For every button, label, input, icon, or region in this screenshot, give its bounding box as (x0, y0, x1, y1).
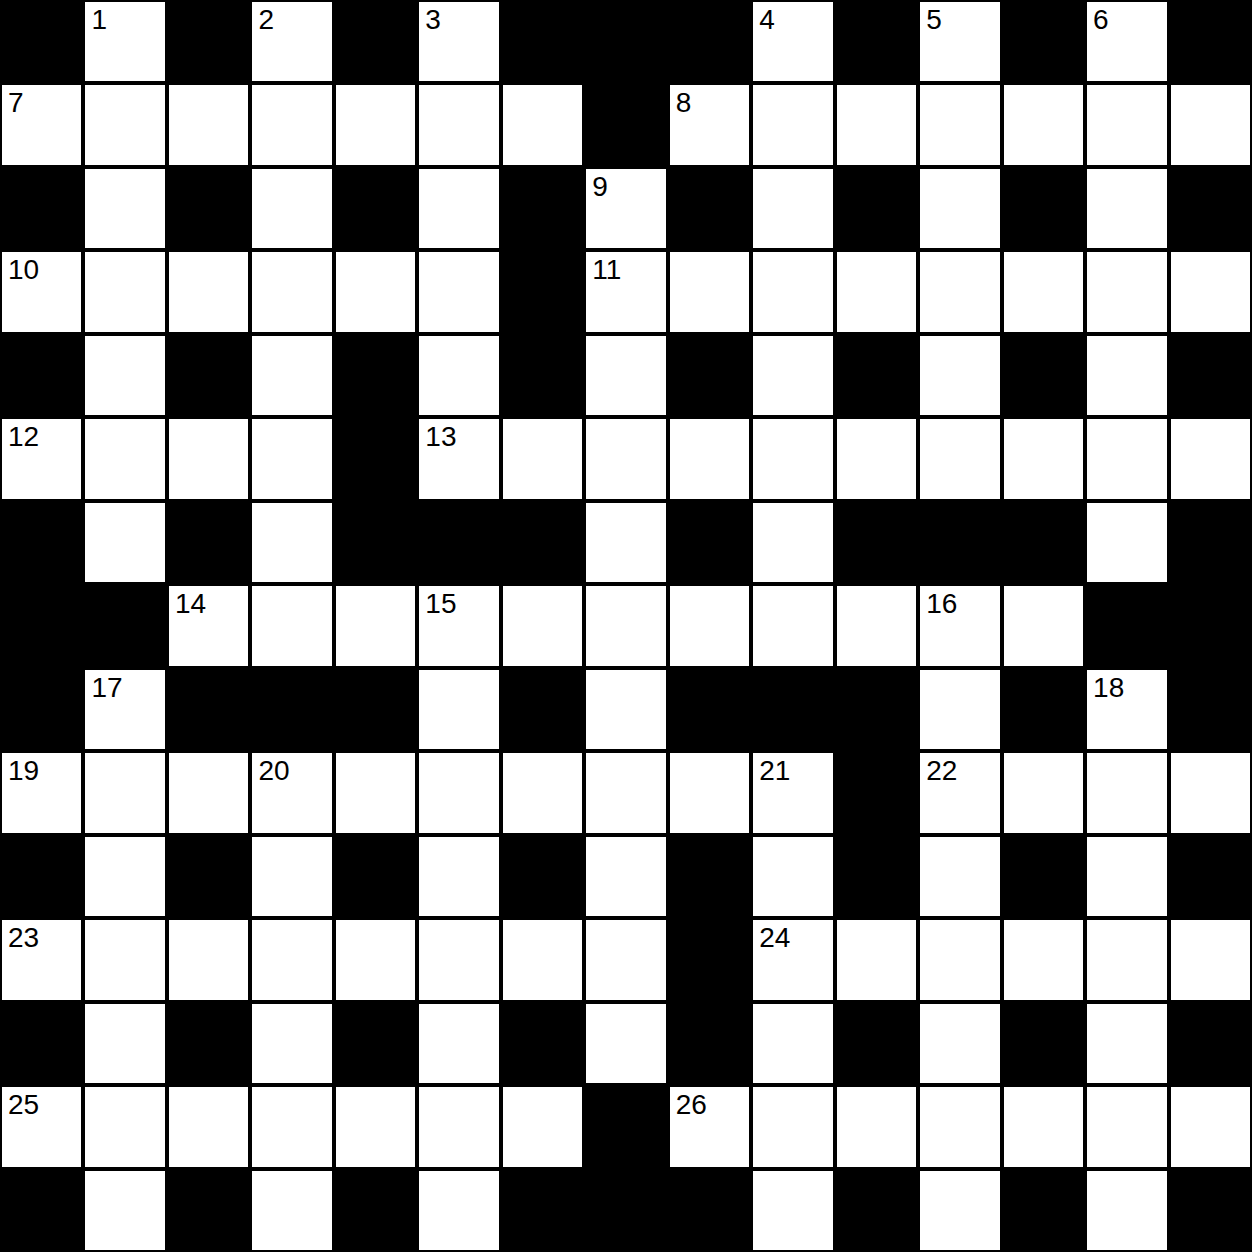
white-cell-r11c2[interactable] (167, 918, 250, 1001)
clue-number-20: 20 (258, 756, 289, 785)
black-cell-r4c14 (1169, 334, 1252, 417)
white-cell-r7c5[interactable]: 15 (417, 584, 500, 667)
white-cell-r8c11[interactable] (918, 668, 1001, 751)
white-cell-r7c10[interactable] (835, 584, 918, 667)
white-cell-r13c12[interactable] (1002, 1085, 1085, 1168)
black-cell-r10c14 (1169, 835, 1252, 918)
white-cell-r5c2[interactable] (167, 417, 250, 500)
black-cell-r12c4 (334, 1002, 417, 1085)
white-cell-r13c14[interactable] (1169, 1085, 1252, 1168)
white-cell-r4c11[interactable] (918, 334, 1001, 417)
black-cell-r2c14 (1169, 167, 1252, 250)
black-cell-r11c8 (668, 918, 751, 1001)
white-cell-r3c1[interactable] (83, 250, 166, 333)
white-cell-r11c5[interactable] (417, 918, 500, 1001)
black-cell-r14c0 (0, 1169, 83, 1252)
white-cell-r9c14[interactable] (1169, 751, 1252, 834)
white-cell-r7c3[interactable] (250, 584, 333, 667)
black-cell-r2c10 (835, 167, 918, 250)
black-cell-r7c13 (1085, 584, 1168, 667)
white-cell-r8c1[interactable]: 17 (83, 668, 166, 751)
white-cell-r7c9[interactable] (751, 584, 834, 667)
white-cell-r2c3[interactable] (250, 167, 333, 250)
black-cell-r10c0 (0, 835, 83, 918)
clue-number-16: 16 (926, 589, 957, 618)
white-cell-r12c9[interactable] (751, 1002, 834, 1085)
white-cell-r14c9[interactable] (751, 1169, 834, 1252)
black-cell-r8c9 (751, 668, 834, 751)
white-cell-r4c13[interactable] (1085, 334, 1168, 417)
white-cell-r14c3[interactable] (250, 1169, 333, 1252)
white-cell-r1c3[interactable] (250, 83, 333, 166)
white-cell-r1c0[interactable]: 7 (0, 83, 83, 166)
white-cell-r13c3[interactable] (250, 1085, 333, 1168)
clue-number-21: 21 (759, 756, 790, 785)
white-cell-r11c11[interactable] (918, 918, 1001, 1001)
white-cell-r6c13[interactable] (1085, 501, 1168, 584)
white-cell-r9c5[interactable] (417, 751, 500, 834)
clue-number-13: 13 (425, 422, 456, 451)
white-cell-r9c9[interactable]: 21 (751, 751, 834, 834)
black-cell-r10c8 (668, 835, 751, 918)
black-cell-r6c11 (918, 501, 1001, 584)
clue-number-26: 26 (676, 1090, 707, 1119)
black-cell-r8c12 (1002, 668, 1085, 751)
white-cell-r14c1[interactable] (83, 1169, 166, 1252)
white-cell-r11c1[interactable] (83, 918, 166, 1001)
white-cell-r1c6[interactable] (501, 83, 584, 166)
white-cell-r5c8[interactable] (668, 417, 751, 500)
black-cell-r4c12 (1002, 334, 1085, 417)
white-cell-r13c13[interactable] (1085, 1085, 1168, 1168)
white-cell-r5c14[interactable] (1169, 417, 1252, 500)
white-cell-r9c2[interactable] (167, 751, 250, 834)
black-cell-r2c6 (501, 167, 584, 250)
white-cell-r5c10[interactable] (835, 417, 918, 500)
black-cell-r6c6 (501, 501, 584, 584)
white-cell-r8c5[interactable] (417, 668, 500, 751)
white-cell-r2c9[interactable] (751, 167, 834, 250)
black-cell-r9c10 (835, 751, 918, 834)
black-cell-r14c12 (1002, 1169, 1085, 1252)
white-cell-r6c9[interactable] (751, 501, 834, 584)
white-cell-r12c11[interactable] (918, 1002, 1001, 1085)
black-cell-r4c4 (334, 334, 417, 417)
white-cell-r3c12[interactable] (1002, 250, 1085, 333)
white-cell-r11c9[interactable]: 24 (751, 918, 834, 1001)
black-cell-r8c10 (835, 668, 918, 751)
white-cell-r0c5[interactable]: 3 (417, 0, 500, 83)
black-cell-r6c2 (167, 501, 250, 584)
black-cell-r4c0 (0, 334, 83, 417)
white-cell-r13c0[interactable]: 25 (0, 1085, 83, 1168)
white-cell-r1c2[interactable] (167, 83, 250, 166)
clue-number-11: 11 (592, 255, 621, 284)
white-cell-r10c9[interactable] (751, 835, 834, 918)
white-cell-r3c8[interactable] (668, 250, 751, 333)
white-cell-r1c1[interactable] (83, 83, 166, 166)
white-cell-r3c9[interactable] (751, 250, 834, 333)
white-cell-r5c1[interactable] (83, 417, 166, 500)
black-cell-r3c6 (501, 250, 584, 333)
white-cell-r3c11[interactable] (918, 250, 1001, 333)
black-cell-r12c10 (835, 1002, 918, 1085)
white-cell-r11c6[interactable] (501, 918, 584, 1001)
black-cell-r14c10 (835, 1169, 918, 1252)
white-cell-r14c5[interactable] (417, 1169, 500, 1252)
white-cell-r10c11[interactable] (918, 835, 1001, 918)
clue-number-2: 2 (258, 5, 274, 34)
white-cell-r1c9[interactable] (751, 83, 834, 166)
white-cell-r13c11[interactable] (918, 1085, 1001, 1168)
white-cell-r0c3[interactable]: 2 (250, 0, 333, 83)
white-cell-r2c1[interactable] (83, 167, 166, 250)
black-cell-r10c4 (334, 835, 417, 918)
black-cell-r7c0 (0, 584, 83, 667)
clue-number-6: 6 (1093, 5, 1109, 34)
black-cell-r14c6 (501, 1169, 584, 1252)
black-cell-r1c7 (584, 83, 667, 166)
black-cell-r4c10 (835, 334, 918, 417)
white-cell-r1c10[interactable] (835, 83, 918, 166)
white-cell-r13c10[interactable] (835, 1085, 918, 1168)
black-cell-r8c4 (334, 668, 417, 751)
white-cell-r5c9[interactable] (751, 417, 834, 500)
white-cell-r7c2[interactable]: 14 (167, 584, 250, 667)
white-cell-r0c9[interactable]: 4 (751, 0, 834, 83)
black-cell-r14c7 (584, 1169, 667, 1252)
black-cell-r12c14 (1169, 1002, 1252, 1085)
white-cell-r9c4[interactable] (334, 751, 417, 834)
black-cell-r14c2 (167, 1169, 250, 1252)
black-cell-r12c8 (668, 1002, 751, 1085)
white-cell-r3c14[interactable] (1169, 250, 1252, 333)
white-cell-r11c12[interactable] (1002, 918, 1085, 1001)
clue-number-4: 4 (759, 5, 775, 34)
black-cell-r14c8 (668, 1169, 751, 1252)
black-cell-r10c2 (167, 835, 250, 918)
black-cell-r6c8 (668, 501, 751, 584)
black-cell-r0c12 (1002, 0, 1085, 83)
white-cell-r10c7[interactable] (584, 835, 667, 918)
black-cell-r7c14 (1169, 584, 1252, 667)
black-cell-r4c6 (501, 334, 584, 417)
white-cell-r2c5[interactable] (417, 167, 500, 250)
white-cell-r5c5[interactable]: 13 (417, 417, 500, 500)
white-cell-r9c3[interactable]: 20 (250, 751, 333, 834)
white-cell-r4c5[interactable] (417, 334, 500, 417)
white-cell-r11c10[interactable] (835, 918, 918, 1001)
white-cell-r3c0[interactable]: 10 (0, 250, 83, 333)
white-cell-r1c13[interactable] (1085, 83, 1168, 166)
clue-number-12: 12 (8, 422, 39, 451)
white-cell-r11c4[interactable] (334, 918, 417, 1001)
white-cell-r4c7[interactable] (584, 334, 667, 417)
white-cell-r2c11[interactable] (918, 167, 1001, 250)
black-cell-r2c2 (167, 167, 250, 250)
white-cell-r7c11[interactable]: 16 (918, 584, 1001, 667)
black-cell-r2c0 (0, 167, 83, 250)
white-cell-r9c13[interactable] (1085, 751, 1168, 834)
white-cell-r10c3[interactable] (250, 835, 333, 918)
clue-number-1: 1 (91, 5, 107, 34)
black-cell-r12c2 (167, 1002, 250, 1085)
white-cell-r13c8[interactable]: 26 (668, 1085, 751, 1168)
clue-number-25: 25 (8, 1090, 39, 1119)
white-cell-r4c1[interactable] (83, 334, 166, 417)
white-cell-r3c3[interactable] (250, 250, 333, 333)
white-cell-r7c7[interactable] (584, 584, 667, 667)
black-cell-r12c0 (0, 1002, 83, 1085)
white-cell-r9c6[interactable] (501, 751, 584, 834)
white-cell-r10c1[interactable] (83, 835, 166, 918)
white-cell-r3c10[interactable] (835, 250, 918, 333)
white-cell-r12c5[interactable] (417, 1002, 500, 1085)
black-cell-r12c12 (1002, 1002, 1085, 1085)
black-cell-r12c6 (501, 1002, 584, 1085)
white-cell-r7c6[interactable] (501, 584, 584, 667)
white-cell-r5c3[interactable] (250, 417, 333, 500)
black-cell-r6c5 (417, 501, 500, 584)
black-cell-r8c14 (1169, 668, 1252, 751)
black-cell-r0c4 (334, 0, 417, 83)
white-cell-r1c11[interactable] (918, 83, 1001, 166)
clue-number-24: 24 (759, 923, 790, 952)
white-cell-r6c1[interactable] (83, 501, 166, 584)
black-cell-r6c4 (334, 501, 417, 584)
white-cell-r2c7[interactable]: 9 (584, 167, 667, 250)
white-cell-r7c4[interactable] (334, 584, 417, 667)
white-cell-r6c3[interactable] (250, 501, 333, 584)
white-cell-r13c2[interactable] (167, 1085, 250, 1168)
white-cell-r9c11[interactable]: 22 (918, 751, 1001, 834)
white-cell-r11c3[interactable] (250, 918, 333, 1001)
black-cell-r8c0 (0, 668, 83, 751)
white-cell-r13c9[interactable] (751, 1085, 834, 1168)
black-cell-r10c12 (1002, 835, 1085, 918)
white-cell-r7c8[interactable] (668, 584, 751, 667)
white-cell-r3c5[interactable] (417, 250, 500, 333)
white-cell-r7c12[interactable] (1002, 584, 1085, 667)
white-cell-r11c14[interactable] (1169, 918, 1252, 1001)
clue-number-5: 5 (926, 5, 942, 34)
white-cell-r9c1[interactable] (83, 751, 166, 834)
black-cell-r0c6 (501, 0, 584, 83)
black-cell-r8c6 (501, 668, 584, 751)
white-cell-r3c4[interactable] (334, 250, 417, 333)
white-cell-r12c7[interactable] (584, 1002, 667, 1085)
clue-number-15: 15 (425, 589, 456, 618)
white-cell-r12c3[interactable] (250, 1002, 333, 1085)
white-cell-r8c13[interactable]: 18 (1085, 668, 1168, 751)
black-cell-r6c0 (0, 501, 83, 584)
white-cell-r5c0[interactable]: 12 (0, 417, 83, 500)
clue-number-22: 22 (926, 756, 957, 785)
white-cell-r9c12[interactable] (1002, 751, 1085, 834)
black-cell-r8c8 (668, 668, 751, 751)
white-cell-r12c13[interactable] (1085, 1002, 1168, 1085)
black-cell-r10c10 (835, 835, 918, 918)
white-cell-r11c13[interactable] (1085, 918, 1168, 1001)
white-cell-r5c11[interactable] (918, 417, 1001, 500)
white-cell-r5c6[interactable] (501, 417, 584, 500)
black-cell-r14c4 (334, 1169, 417, 1252)
black-cell-r0c14 (1169, 0, 1252, 83)
white-cell-r11c7[interactable] (584, 918, 667, 1001)
clue-number-7: 7 (8, 88, 24, 117)
black-cell-r0c7 (584, 0, 667, 83)
clue-number-8: 8 (676, 88, 692, 117)
white-cell-r11c0[interactable]: 23 (0, 918, 83, 1001)
black-cell-r13c7 (584, 1085, 667, 1168)
white-cell-r1c5[interactable] (417, 83, 500, 166)
white-cell-r0c11[interactable]: 5 (918, 0, 1001, 83)
white-cell-r5c12[interactable] (1002, 417, 1085, 500)
black-cell-r2c4 (334, 167, 417, 250)
white-cell-r13c4[interactable] (334, 1085, 417, 1168)
white-cell-r10c5[interactable] (417, 835, 500, 918)
black-cell-r2c12 (1002, 167, 1085, 250)
white-cell-r9c8[interactable] (668, 751, 751, 834)
black-cell-r0c2 (167, 0, 250, 83)
black-cell-r10c6 (501, 835, 584, 918)
black-cell-r14c14 (1169, 1169, 1252, 1252)
white-cell-r2c13[interactable] (1085, 167, 1168, 250)
white-cell-r13c1[interactable] (83, 1085, 166, 1168)
clue-number-10: 10 (8, 255, 39, 284)
white-cell-r3c13[interactable] (1085, 250, 1168, 333)
white-cell-r14c11[interactable] (918, 1169, 1001, 1252)
black-cell-r8c2 (167, 668, 250, 751)
white-cell-r9c0[interactable]: 19 (0, 751, 83, 834)
clue-number-14: 14 (175, 589, 206, 618)
clue-number-18: 18 (1093, 673, 1124, 702)
white-cell-r14c13[interactable] (1085, 1169, 1168, 1252)
black-cell-r6c14 (1169, 501, 1252, 584)
white-cell-r1c14[interactable] (1169, 83, 1252, 166)
white-cell-r9c7[interactable] (584, 751, 667, 834)
black-cell-r0c8 (668, 0, 751, 83)
black-cell-r8c3 (250, 668, 333, 751)
black-cell-r6c12 (1002, 501, 1085, 584)
white-cell-r13c6[interactable] (501, 1085, 584, 1168)
white-cell-r4c9[interactable] (751, 334, 834, 417)
black-cell-r7c1 (83, 584, 166, 667)
white-cell-r1c8[interactable]: 8 (668, 83, 751, 166)
white-cell-r1c4[interactable] (334, 83, 417, 166)
white-cell-r0c13[interactable]: 6 (1085, 0, 1168, 83)
white-cell-r0c1[interactable]: 1 (83, 0, 166, 83)
clue-number-17: 17 (91, 673, 122, 702)
clue-number-3: 3 (425, 5, 441, 34)
white-cell-r8c7[interactable] (584, 668, 667, 751)
white-cell-r3c2[interactable] (167, 250, 250, 333)
white-cell-r3c7[interactable]: 11 (584, 250, 667, 333)
white-cell-r4c3[interactable] (250, 334, 333, 417)
white-cell-r5c7[interactable] (584, 417, 667, 500)
black-cell-r6c10 (835, 501, 918, 584)
black-cell-r5c4 (334, 417, 417, 500)
clue-number-9: 9 (592, 172, 608, 201)
white-cell-r12c1[interactable] (83, 1002, 166, 1085)
white-cell-r13c5[interactable] (417, 1085, 500, 1168)
white-cell-r6c7[interactable] (584, 501, 667, 584)
black-cell-r0c0 (0, 0, 83, 83)
black-cell-r4c8 (668, 334, 751, 417)
white-cell-r1c12[interactable] (1002, 83, 1085, 166)
white-cell-r5c13[interactable] (1085, 417, 1168, 500)
clue-number-19: 19 (8, 756, 39, 785)
clue-number-23: 23 (8, 923, 39, 952)
white-cell-r10c13[interactable] (1085, 835, 1168, 918)
black-cell-r0c10 (835, 0, 918, 83)
black-cell-r2c8 (668, 167, 751, 250)
crossword-board: 1234567891011121314151617181920212223242… (0, 0, 1252, 1252)
black-cell-r4c2 (167, 334, 250, 417)
